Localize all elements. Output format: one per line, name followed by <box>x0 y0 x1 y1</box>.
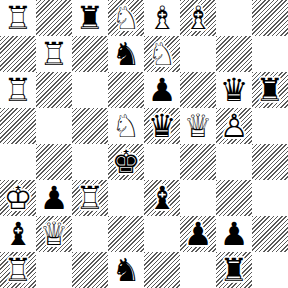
square-a3[interactable]: ♚♔ <box>0 180 36 216</box>
piece-glyph: ♚ <box>108 144 144 180</box>
piece-halo: ♞ <box>108 252 144 288</box>
piece-halo: ♟ <box>144 72 180 108</box>
square-c2[interactable] <box>72 216 108 252</box>
white-bishop: ♝♗ <box>144 0 180 36</box>
square-h3[interactable] <box>252 180 288 216</box>
square-d8[interactable]: ♞♘ <box>108 0 144 36</box>
square-f5[interactable]: ♛♕ <box>180 108 216 144</box>
piece-glyph: ♝ <box>144 180 180 216</box>
white-queen: ♛♕ <box>180 108 216 144</box>
piece-glyph: ♟ <box>180 216 216 252</box>
piece-halo: ♜ <box>252 72 288 108</box>
white-king: ♚♔ <box>0 180 36 216</box>
piece-halo: ♛ <box>144 108 180 144</box>
black-knight: ♞♞ <box>108 36 144 72</box>
piece-glyph: ♘ <box>108 0 144 36</box>
piece-glyph: ♖ <box>36 36 72 72</box>
piece-glyph: ♖ <box>0 0 36 36</box>
chess-board: ♜♖♜♜♞♘♝♗♝♗♜♖♞♞♞♘♜♖♟♟♛♛♜♜♞♘♛♛♛♕♟♙♚♚♚♔♟♟♜♖… <box>0 0 288 288</box>
square-f3[interactable] <box>180 180 216 216</box>
piece-halo: ♚ <box>0 180 36 216</box>
square-d6[interactable] <box>108 72 144 108</box>
square-b7[interactable]: ♜♖ <box>36 36 72 72</box>
square-b6[interactable] <box>36 72 72 108</box>
piece-halo: ♛ <box>216 72 252 108</box>
piece-halo: ♟ <box>216 108 252 144</box>
square-a8[interactable]: ♜♖ <box>0 0 36 36</box>
square-b5[interactable] <box>36 108 72 144</box>
square-c3[interactable]: ♜♖ <box>72 180 108 216</box>
piece-glyph: ♝ <box>0 216 36 252</box>
square-g3[interactable] <box>216 180 252 216</box>
black-rook: ♜♜ <box>252 72 288 108</box>
piece-glyph: ♕ <box>36 216 72 252</box>
piece-halo: ♝ <box>144 0 180 36</box>
square-g1[interactable]: ♜♜ <box>216 252 252 288</box>
square-b3[interactable]: ♟♟ <box>36 180 72 216</box>
white-bishop: ♝♗ <box>180 0 216 36</box>
white-rook: ♜♖ <box>0 0 36 36</box>
piece-glyph: ♘ <box>144 36 180 72</box>
piece-halo: ♟ <box>216 216 252 252</box>
white-knight: ♞♘ <box>108 108 144 144</box>
white-knight: ♞♘ <box>108 0 144 36</box>
piece-glyph: ♞ <box>108 36 144 72</box>
black-knight: ♞♞ <box>108 252 144 288</box>
white-rook: ♜♖ <box>72 180 108 216</box>
piece-halo: ♞ <box>144 36 180 72</box>
black-bishop: ♝♝ <box>144 180 180 216</box>
square-h4[interactable] <box>252 144 288 180</box>
square-g8[interactable] <box>216 0 252 36</box>
black-rook: ♜♜ <box>72 0 108 36</box>
square-e8[interactable]: ♝♗ <box>144 0 180 36</box>
black-pawn: ♟♟ <box>144 72 180 108</box>
white-knight: ♞♘ <box>144 36 180 72</box>
piece-halo: ♜ <box>36 36 72 72</box>
piece-halo: ♞ <box>108 36 144 72</box>
square-e3[interactable]: ♝♝ <box>144 180 180 216</box>
piece-glyph: ♟ <box>216 216 252 252</box>
piece-glyph: ♛ <box>144 108 180 144</box>
square-h5[interactable] <box>252 108 288 144</box>
piece-glyph: ♖ <box>72 180 108 216</box>
black-rook: ♜♜ <box>216 252 252 288</box>
square-c4[interactable] <box>72 144 108 180</box>
piece-glyph: ♖ <box>0 72 36 108</box>
piece-glyph: ♘ <box>108 108 144 144</box>
piece-glyph: ♙ <box>216 108 252 144</box>
square-c8[interactable]: ♜♜ <box>72 0 108 36</box>
piece-glyph: ♗ <box>180 0 216 36</box>
square-f7[interactable] <box>180 36 216 72</box>
white-queen: ♛♕ <box>36 216 72 252</box>
square-f1[interactable] <box>180 252 216 288</box>
white-rook: ♜♖ <box>0 252 36 288</box>
square-e5[interactable]: ♛♛ <box>144 108 180 144</box>
square-e2[interactable] <box>144 216 180 252</box>
piece-glyph: ♖ <box>0 252 36 288</box>
square-c5[interactable] <box>72 108 108 144</box>
black-pawn: ♟♟ <box>36 180 72 216</box>
piece-halo: ♟ <box>36 180 72 216</box>
square-g4[interactable] <box>216 144 252 180</box>
piece-halo: ♟ <box>180 216 216 252</box>
square-h2[interactable] <box>252 216 288 252</box>
black-pawn: ♟♟ <box>180 216 216 252</box>
piece-glyph: ♜ <box>252 72 288 108</box>
black-pawn: ♟♟ <box>216 216 252 252</box>
square-g5[interactable]: ♟♙ <box>216 108 252 144</box>
piece-glyph: ♜ <box>216 252 252 288</box>
square-d5[interactable]: ♞♘ <box>108 108 144 144</box>
piece-glyph: ♟ <box>144 72 180 108</box>
square-d7[interactable]: ♞♞ <box>108 36 144 72</box>
piece-halo: ♞ <box>108 108 144 144</box>
piece-glyph: ♟ <box>36 180 72 216</box>
white-rook: ♜♖ <box>0 72 36 108</box>
square-f8[interactable]: ♝♗ <box>180 0 216 36</box>
square-h1[interactable] <box>252 252 288 288</box>
square-a2[interactable]: ♝♝ <box>0 216 36 252</box>
black-bishop: ♝♝ <box>0 216 36 252</box>
piece-halo: ♜ <box>72 180 108 216</box>
square-a6[interactable]: ♜♖ <box>0 72 36 108</box>
square-g7[interactable] <box>216 36 252 72</box>
square-h7[interactable] <box>252 36 288 72</box>
square-b4[interactable] <box>36 144 72 180</box>
piece-glyph: ♞ <box>108 252 144 288</box>
square-a1[interactable]: ♜♖ <box>0 252 36 288</box>
piece-halo: ♜ <box>0 0 36 36</box>
piece-halo: ♜ <box>0 252 36 288</box>
square-c7[interactable] <box>72 36 108 72</box>
piece-halo: ♝ <box>180 0 216 36</box>
white-pawn: ♟♙ <box>216 108 252 144</box>
square-b8[interactable] <box>36 0 72 36</box>
square-a4[interactable] <box>0 144 36 180</box>
square-a7[interactable] <box>0 36 36 72</box>
piece-glyph: ♜ <box>72 0 108 36</box>
piece-halo: ♛ <box>180 108 216 144</box>
square-d2[interactable] <box>108 216 144 252</box>
square-e4[interactable] <box>144 144 180 180</box>
square-d3[interactable] <box>108 180 144 216</box>
piece-halo: ♜ <box>216 252 252 288</box>
piece-halo: ♛ <box>36 216 72 252</box>
square-h6[interactable]: ♜♜ <box>252 72 288 108</box>
piece-glyph: ♗ <box>144 0 180 36</box>
piece-halo: ♝ <box>144 180 180 216</box>
square-f4[interactable] <box>180 144 216 180</box>
square-f2[interactable]: ♟♟ <box>180 216 216 252</box>
square-e7[interactable]: ♞♘ <box>144 36 180 72</box>
piece-glyph: ♔ <box>0 180 36 216</box>
square-a5[interactable] <box>0 108 36 144</box>
piece-halo: ♜ <box>72 0 108 36</box>
black-queen: ♛♛ <box>216 72 252 108</box>
square-h8[interactable] <box>252 0 288 36</box>
square-d4[interactable]: ♚♚ <box>108 144 144 180</box>
white-rook: ♜♖ <box>36 36 72 72</box>
square-c1[interactable] <box>72 252 108 288</box>
piece-halo: ♞ <box>108 0 144 36</box>
piece-halo: ♜ <box>0 72 36 108</box>
square-g6[interactable]: ♛♛ <box>216 72 252 108</box>
square-f6[interactable] <box>180 72 216 108</box>
square-d1[interactable]: ♞♞ <box>108 252 144 288</box>
square-b1[interactable] <box>36 252 72 288</box>
piece-glyph: ♕ <box>180 108 216 144</box>
square-g2[interactable]: ♟♟ <box>216 216 252 252</box>
square-e6[interactable]: ♟♟ <box>144 72 180 108</box>
square-e1[interactable] <box>144 252 180 288</box>
black-king: ♚♚ <box>108 144 144 180</box>
piece-halo: ♚ <box>108 144 144 180</box>
black-queen: ♛♛ <box>144 108 180 144</box>
piece-glyph: ♛ <box>216 72 252 108</box>
piece-halo: ♝ <box>0 216 36 252</box>
square-c6[interactable] <box>72 72 108 108</box>
square-b2[interactable]: ♛♕ <box>36 216 72 252</box>
